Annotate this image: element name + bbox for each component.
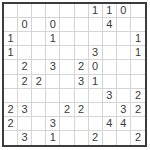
clue-cell: 3 (18, 131, 32, 145)
clue-cell: 0 (89, 60, 103, 74)
empty-cell[interactable] (4, 131, 18, 145)
empty-cell[interactable] (60, 131, 74, 145)
empty-cell[interactable] (32, 131, 46, 145)
clue-cell: 2 (75, 60, 89, 74)
minesweeper-board: 110004111131232022313223223223443122 (2, 2, 147, 147)
clue-cell: 1 (89, 4, 103, 18)
clue-cell: 1 (131, 32, 145, 46)
clue-cell: 2 (89, 131, 103, 145)
empty-cell[interactable] (131, 18, 145, 32)
clue-cell: 1 (131, 46, 145, 60)
empty-cell[interactable] (75, 89, 89, 103)
empty-cell[interactable] (89, 103, 103, 117)
empty-cell[interactable] (117, 131, 131, 145)
empty-cell[interactable] (32, 117, 46, 131)
clue-cell: 0 (18, 18, 32, 32)
clue-cell: 3 (89, 46, 103, 60)
empty-cell[interactable] (60, 46, 74, 60)
empty-cell[interactable] (103, 131, 117, 145)
empty-cell[interactable] (18, 46, 32, 60)
empty-cell[interactable] (32, 46, 46, 60)
empty-cell[interactable] (103, 60, 117, 74)
empty-cell[interactable] (46, 103, 60, 117)
clue-cell: 1 (89, 75, 103, 89)
clue-cell: 4 (103, 18, 117, 32)
clue-cell: 3 (103, 89, 117, 103)
empty-cell[interactable] (32, 103, 46, 117)
empty-cell[interactable] (60, 75, 74, 89)
empty-cell[interactable] (117, 89, 131, 103)
empty-cell[interactable] (131, 60, 145, 74)
clue-cell: 2 (75, 103, 89, 117)
clue-cell: 2 (32, 75, 46, 89)
empty-cell[interactable] (89, 117, 103, 131)
empty-cell[interactable] (103, 75, 117, 89)
empty-cell[interactable] (117, 46, 131, 60)
empty-cell[interactable] (32, 60, 46, 74)
clue-cell: 3 (18, 103, 32, 117)
empty-cell[interactable] (46, 75, 60, 89)
empty-cell[interactable] (75, 4, 89, 18)
empty-cell[interactable] (60, 4, 74, 18)
empty-cell[interactable] (75, 18, 89, 32)
empty-cell[interactable] (60, 32, 74, 46)
empty-cell[interactable] (89, 18, 103, 32)
empty-cell[interactable] (75, 131, 89, 145)
empty-cell[interactable] (4, 75, 18, 89)
clue-cell: 1 (4, 32, 18, 46)
clue-cell: 2 (60, 103, 74, 117)
empty-cell[interactable] (117, 32, 131, 46)
empty-cell[interactable] (103, 32, 117, 46)
empty-cell[interactable] (75, 46, 89, 60)
clue-cell: 2 (4, 117, 18, 131)
clue-cell: 3 (75, 75, 89, 89)
empty-cell[interactable] (32, 89, 46, 103)
empty-cell[interactable] (4, 4, 18, 18)
empty-cell[interactable] (60, 89, 74, 103)
empty-cell[interactable] (60, 18, 74, 32)
empty-cell[interactable] (89, 89, 103, 103)
empty-cell[interactable] (4, 60, 18, 74)
empty-cell[interactable] (18, 117, 32, 131)
empty-cell[interactable] (131, 75, 145, 89)
empty-cell[interactable] (117, 75, 131, 89)
clue-cell: 2 (4, 103, 18, 117)
clue-cell: 1 (46, 131, 60, 145)
empty-cell[interactable] (60, 117, 74, 131)
empty-cell[interactable] (18, 32, 32, 46)
empty-cell[interactable] (32, 32, 46, 46)
clue-cell: 0 (46, 18, 60, 32)
empty-cell[interactable] (18, 4, 32, 18)
clue-cell: 3 (46, 60, 60, 74)
empty-cell[interactable] (32, 4, 46, 18)
clue-cell: 3 (117, 103, 131, 117)
clue-cell: 2 (131, 89, 145, 103)
clue-cell: 1 (4, 46, 18, 60)
empty-cell[interactable] (117, 60, 131, 74)
empty-cell[interactable] (32, 18, 46, 32)
clue-cell: 2 (18, 75, 32, 89)
clue-cell: 4 (103, 117, 117, 131)
empty-cell[interactable] (103, 46, 117, 60)
empty-cell[interactable] (103, 103, 117, 117)
empty-cell[interactable] (46, 46, 60, 60)
clue-cell: 1 (46, 32, 60, 46)
clue-cell: 2 (131, 103, 145, 117)
clue-cell: 0 (117, 4, 131, 18)
empty-cell[interactable] (75, 32, 89, 46)
empty-cell[interactable] (4, 89, 18, 103)
empty-cell[interactable] (75, 117, 89, 131)
empty-cell[interactable] (4, 18, 18, 32)
empty-cell[interactable] (131, 117, 145, 131)
empty-cell[interactable] (60, 60, 74, 74)
empty-cell[interactable] (117, 18, 131, 32)
empty-cell[interactable] (18, 89, 32, 103)
clue-cell: 4 (117, 117, 131, 131)
clue-cell: 2 (131, 131, 145, 145)
empty-cell[interactable] (89, 32, 103, 46)
clue-cell: 3 (46, 117, 60, 131)
empty-cell[interactable] (46, 89, 60, 103)
empty-cell[interactable] (131, 4, 145, 18)
empty-cell[interactable] (46, 4, 60, 18)
clue-cell: 1 (103, 4, 117, 18)
clue-cell: 2 (18, 60, 32, 74)
